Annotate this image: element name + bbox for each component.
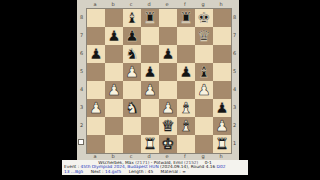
rank-labels-left: 87654321 <box>77 8 86 152</box>
file-label-bottom-d: d <box>140 152 158 160</box>
game-result: 0-1 <box>205 161 212 165</box>
piece-white-rook: ♜ <box>215 136 228 151</box>
square-f5[interactable]: ♟ <box>177 63 195 81</box>
square-b6[interactable] <box>105 45 123 63</box>
piece-white-rook: ♜ <box>143 136 156 151</box>
square-c5[interactable]: ♟ <box>123 63 141 81</box>
piece-white-pawn: ♟ <box>107 82 120 97</box>
square-a4[interactable] <box>87 81 105 99</box>
square-h5[interactable] <box>213 63 231 81</box>
piece-black-pawn: ♟ <box>107 28 120 43</box>
square-g7[interactable]: ♛ <box>195 27 213 45</box>
square-b8[interactable] <box>105 9 123 27</box>
next-label: Next : <box>91 170 105 174</box>
piece-black-bishop: ♝ <box>125 10 138 25</box>
piece-black-king: ♚ <box>197 10 210 25</box>
event-name: 45th Olympiad 2024, Budapest HUN <box>81 165 159 169</box>
square-f6[interactable] <box>177 45 195 63</box>
file-label-top-f: f <box>176 0 194 8</box>
square-g8[interactable]: ♚ <box>195 9 213 27</box>
square-b4[interactable]: ♟ <box>105 81 123 99</box>
file-label-bottom-g: g <box>194 152 212 160</box>
event-details: (2024.09.14), Round 4.16 <box>159 165 217 169</box>
file-label-top-c: c <box>122 0 140 8</box>
square-f4[interactable] <box>177 81 195 99</box>
file-label-top-e: e <box>158 0 176 8</box>
square-d8[interactable]: ♜ <box>141 9 159 27</box>
eco-code: D02 <box>217 165 226 169</box>
square-c7[interactable]: ♟ <box>123 27 141 45</box>
length-value: 45 <box>148 170 153 174</box>
square-h7[interactable] <box>213 27 231 45</box>
square-d4[interactable]: ♟ <box>141 81 159 99</box>
rank-label-left-4: 4 <box>77 80 86 98</box>
file-label-top-b: b <box>104 0 122 8</box>
square-b5[interactable] <box>105 63 123 81</box>
piece-white-pawn: ♟ <box>125 64 138 79</box>
piece-black-queen: ♛ <box>197 28 210 43</box>
info-line: 13 ...Bg5 Next : 14.gxf5 Length : 45 Mat… <box>62 170 248 175</box>
square-c6[interactable]: ♞ <box>123 45 141 63</box>
square-d2[interactable] <box>141 117 159 135</box>
square-a7[interactable] <box>87 27 105 45</box>
piece-white-knight: ♞ <box>125 100 138 115</box>
square-g3[interactable] <box>195 99 213 117</box>
file-label-top-h: h <box>212 0 230 8</box>
square-h8[interactable] <box>213 9 231 27</box>
square-h2[interactable]: ♟ <box>213 117 231 135</box>
rank-label-left-5: 5 <box>77 62 86 80</box>
square-e8[interactable] <box>159 9 177 27</box>
file-label-top-d: d <box>140 0 158 8</box>
app-window: abcdefgh 87654321 87654321 ♝♜♜♚♟♟♛♟♞♟♟♟♟… <box>0 0 320 180</box>
piece-black-pawn: ♟ <box>161 46 174 61</box>
square-g1[interactable] <box>195 135 213 153</box>
square-c1[interactable] <box>123 135 141 153</box>
next-move: 14.gxf5 <box>105 170 121 174</box>
square-c3[interactable]: ♞ <box>123 99 141 117</box>
piece-black-rook: ♜ <box>143 10 156 25</box>
square-b7[interactable]: ♟ <box>105 27 123 45</box>
square-h1[interactable]: ♜ <box>213 135 231 153</box>
square-b1[interactable] <box>105 135 123 153</box>
last-move: 13 ...Bg5 <box>64 170 83 174</box>
file-label-bottom-b: b <box>104 152 122 160</box>
file-label-bottom-e: e <box>158 152 176 160</box>
square-a2[interactable] <box>87 117 105 135</box>
square-b3[interactable] <box>105 99 123 117</box>
square-h4[interactable] <box>213 81 231 99</box>
square-d1[interactable]: ♜ <box>141 135 159 153</box>
caption-bar: Wscherbek, Max (2171) - Potwald, Emil (2… <box>62 160 248 175</box>
piece-white-pawn: ♟ <box>197 82 210 97</box>
event-label: Event : <box>64 165 81 169</box>
square-b2[interactable] <box>105 117 123 135</box>
white-player-rating: (2171) <box>135 161 149 165</box>
rank-label-left-2: 2 <box>77 116 86 134</box>
material-value: = <box>182 170 186 174</box>
square-h6[interactable] <box>213 45 231 63</box>
black-player-name: Potwald, Emil <box>154 161 183 165</box>
square-c2[interactable] <box>123 117 141 135</box>
rank-label-left-3: 3 <box>77 98 86 116</box>
square-e3[interactable]: ♟ <box>159 99 177 117</box>
piece-white-pawn: ♟ <box>215 118 228 133</box>
square-f1[interactable] <box>177 135 195 153</box>
file-labels-bottom: abcdefgh <box>86 152 230 160</box>
square-a6[interactable]: ♟ <box>87 45 105 63</box>
piece-white-bishop: ♝ <box>179 100 192 115</box>
rank-label-left-8: 8 <box>77 8 86 26</box>
square-d3[interactable] <box>141 99 159 117</box>
piece-black-pawn: ♟ <box>89 46 102 61</box>
piece-black-pawn: ♟ <box>143 64 156 79</box>
piece-white-pawn: ♟ <box>161 100 174 115</box>
piece-black-knight: ♞ <box>125 46 138 61</box>
square-a8[interactable] <box>87 9 105 27</box>
square-c4[interactable] <box>123 81 141 99</box>
piece-black-pawn: ♟ <box>125 28 138 43</box>
square-f7[interactable] <box>177 27 195 45</box>
square-d6[interactable] <box>141 45 159 63</box>
square-e5[interactable] <box>159 63 177 81</box>
square-h3[interactable]: ♟ <box>213 99 231 117</box>
chess-board[interactable]: ♝♜♜♚♟♟♛♟♞♟♟♟♟♝♟♟♟♟♞♟♝♟♛♝♟♜♚♜ <box>86 8 232 154</box>
piece-white-pawn: ♟ <box>89 100 102 115</box>
square-g6[interactable] <box>195 45 213 63</box>
black-player-rating: (2152) <box>184 161 198 165</box>
board-frame: abcdefgh 87654321 87654321 ♝♜♜♚♟♟♛♟♞♟♟♟♟… <box>77 0 239 160</box>
square-a3[interactable]: ♟ <box>87 99 105 117</box>
square-d5[interactable]: ♟ <box>141 63 159 81</box>
square-f2[interactable]: ♝ <box>177 117 195 135</box>
file-label-bottom-h: h <box>212 152 230 160</box>
square-f8[interactable]: ♜ <box>177 9 195 27</box>
white-player-name: Wscherbek, Max <box>98 161 133 165</box>
material-label: Material : <box>161 170 183 174</box>
square-a5[interactable] <box>87 63 105 81</box>
rank-label-left-7: 7 <box>77 26 86 44</box>
piece-white-queen: ♛ <box>161 118 174 133</box>
file-labels-top: abcdefgh <box>86 0 230 8</box>
piece-black-pawn: ♟ <box>179 64 192 79</box>
square-f3[interactable]: ♝ <box>177 99 195 117</box>
square-g2[interactable] <box>195 117 213 135</box>
square-a1[interactable] <box>87 135 105 153</box>
length-label: Length : <box>129 170 148 174</box>
square-g5[interactable]: ♝ <box>195 63 213 81</box>
file-label-top-a: a <box>86 0 104 8</box>
square-e7[interactable] <box>159 27 177 45</box>
piece-black-bishop: ♝ <box>197 64 210 79</box>
file-label-top-g: g <box>194 0 212 8</box>
piece-black-pawn: ♟ <box>215 100 228 115</box>
square-e2[interactable]: ♛ <box>159 117 177 135</box>
file-label-bottom-c: c <box>122 152 140 160</box>
square-d7[interactable] <box>141 27 159 45</box>
square-e4[interactable] <box>159 81 177 99</box>
square-e6[interactable]: ♟ <box>159 45 177 63</box>
side-to-move-indicator <box>78 139 84 145</box>
rank-label-left-6: 6 <box>77 44 86 62</box>
square-g4[interactable]: ♟ <box>195 81 213 99</box>
square-c8[interactable]: ♝ <box>123 9 141 27</box>
piece-white-pawn: ♟ <box>143 82 156 97</box>
piece-white-bishop: ♝ <box>179 118 192 133</box>
square-e1[interactable]: ♚ <box>159 135 177 153</box>
piece-black-rook: ♜ <box>179 10 192 25</box>
players-separator: - <box>151 161 153 165</box>
file-label-bottom-f: f <box>176 152 194 160</box>
file-label-bottom-a: a <box>86 152 104 160</box>
piece-white-king: ♚ <box>161 136 174 151</box>
